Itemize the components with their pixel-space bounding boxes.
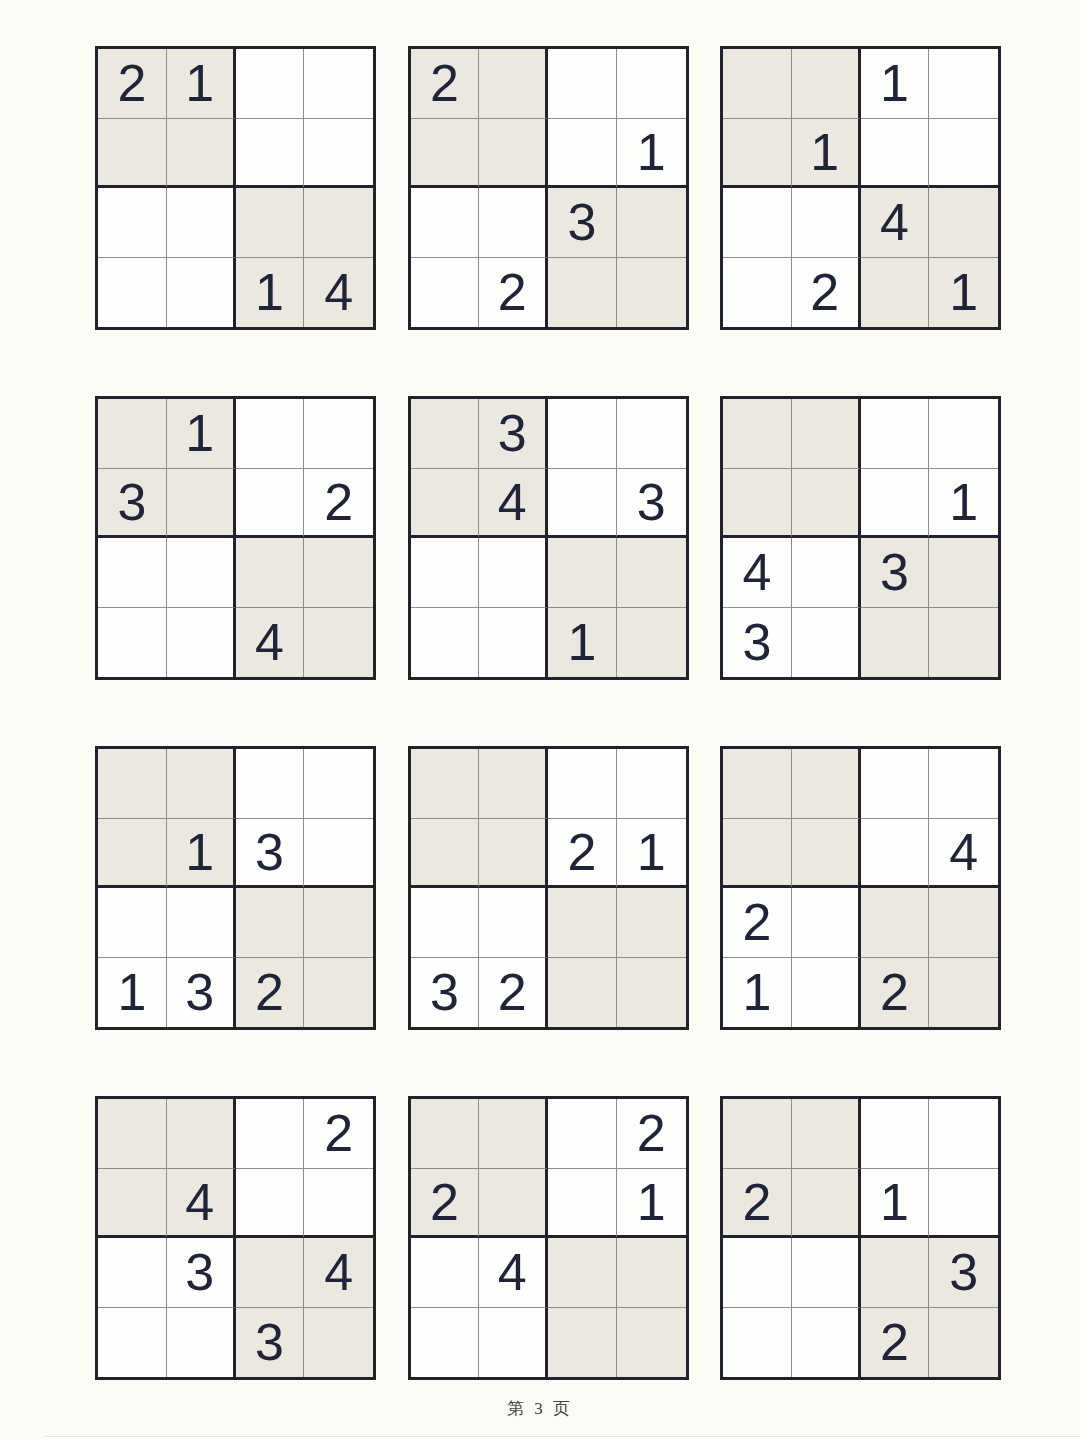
board-5-cell-r3c2-empty[interactable]: [479, 538, 548, 608]
board-9-cell-r2c1-empty[interactable]: [723, 819, 792, 889]
board-7-cell-r1c2-empty[interactable]: [167, 749, 236, 819]
board-5-cell-r2c2-given[interactable]: 4: [479, 469, 548, 539]
board-3-cell-r4c3-empty[interactable]: [861, 258, 930, 328]
board-7-cell-r2c2-given[interactable]: 1: [167, 819, 236, 889]
board-5-cell-r2c4-given[interactable]: 3: [617, 469, 686, 539]
board-11-cell-r3c1-empty[interactable]: [411, 1238, 480, 1308]
sudoku-board-5: 3431: [408, 396, 689, 680]
board-5-cell-r1c3-empty[interactable]: [548, 399, 617, 469]
board-5-cell-r1c4-empty[interactable]: [617, 399, 686, 469]
board-1-cell-r3c1-empty[interactable]: [98, 188, 167, 258]
board-12-cell-r3c4-given[interactable]: 3: [929, 1238, 998, 1308]
sudoku-board-7: 13132: [95, 746, 376, 1030]
board-8-cell-r2c2-empty[interactable]: [479, 819, 548, 889]
board-9-cell-r3c2-empty[interactable]: [792, 888, 861, 958]
board-11-cell-r4c4-empty[interactable]: [617, 1308, 686, 1378]
board-11-cell-r3c4-empty[interactable]: [617, 1238, 686, 1308]
board-2-cell-r4c3-empty[interactable]: [548, 258, 617, 328]
footer-rule: [45, 1436, 1080, 1437]
board-2-cell-r3c4-empty[interactable]: [617, 188, 686, 258]
board-6-cell-r2c2-empty[interactable]: [792, 469, 861, 539]
board-11-cell-r2c2-empty[interactable]: [479, 1169, 548, 1239]
board-12-cell-r1c2-empty[interactable]: [792, 1099, 861, 1169]
board-1-cell-r4c1-empty[interactable]: [98, 258, 167, 328]
board-6-cell-r4c1-given[interactable]: 3: [723, 608, 792, 678]
board-10-cell-r2c1-empty[interactable]: [98, 1169, 167, 1239]
board-9-cell-r3c4-empty[interactable]: [929, 888, 998, 958]
board-7-cell-r3c4-empty[interactable]: [304, 888, 373, 958]
board-6-cell-r1c2-empty[interactable]: [792, 399, 861, 469]
board-3-cell-r4c2-given[interactable]: 2: [792, 258, 861, 328]
board-4-cell-r4c3-given[interactable]: 4: [236, 608, 305, 678]
board-6-cell-r3c2-empty[interactable]: [792, 538, 861, 608]
page-number-label: 第 3 页: [507, 1399, 573, 1418]
board-3-cell-r2c4-empty[interactable]: [929, 119, 998, 189]
board-2-cell-r4c2-given[interactable]: 2: [479, 258, 548, 328]
board-7-cell-r3c2-empty[interactable]: [167, 888, 236, 958]
board-3-cell-r2c2-given[interactable]: 1: [792, 119, 861, 189]
board-9-cell-r1c2-empty[interactable]: [792, 749, 861, 819]
board-11-cell-r1c1-empty[interactable]: [411, 1099, 480, 1169]
board-10-cell-r3c3-empty[interactable]: [236, 1238, 305, 1308]
board-10-cell-r2c2-given[interactable]: 4: [167, 1169, 236, 1239]
sudoku-board-11: 2214: [408, 1096, 689, 1380]
board-5-cell-r4c2-empty[interactable]: [479, 608, 548, 678]
board-12-cell-r1c3-empty[interactable]: [861, 1099, 930, 1169]
board-6-cell-r1c4-empty[interactable]: [929, 399, 998, 469]
worksheet-page: 2114213211421132434311433131322132421224…: [0, 0, 1080, 1439]
board-1-cell-r1c2-given[interactable]: 1: [167, 49, 236, 119]
board-3-cell-r4c1-empty[interactable]: [723, 258, 792, 328]
board-4-cell-r1c2-given[interactable]: 1: [167, 399, 236, 469]
board-7-cell-r4c3-given[interactable]: 2: [236, 958, 305, 1028]
board-2-cell-r3c1-empty[interactable]: [411, 188, 480, 258]
board-1-cell-r2c1-empty[interactable]: [98, 119, 167, 189]
board-3-cell-r2c3-empty[interactable]: [861, 119, 930, 189]
board-8-cell-r4c3-empty[interactable]: [548, 958, 617, 1028]
board-2-cell-r2c2-empty[interactable]: [479, 119, 548, 189]
board-7-cell-r2c4-empty[interactable]: [304, 819, 373, 889]
board-1-cell-r3c2-empty[interactable]: [167, 188, 236, 258]
board-6-cell-r3c4-empty[interactable]: [929, 538, 998, 608]
boards: 2114213211421132434311433131322132421224…: [0, 0, 1080, 1380]
board-12-cell-r1c4-empty[interactable]: [929, 1099, 998, 1169]
board-1-cell-r1c1-given[interactable]: 2: [98, 49, 167, 119]
board-7-cell-r4c4-empty[interactable]: [304, 958, 373, 1028]
board-10-cell-r1c2-empty[interactable]: [167, 1099, 236, 1169]
board-7-cell-r2c1-empty[interactable]: [98, 819, 167, 889]
board-10-cell-r2c3-empty[interactable]: [236, 1169, 305, 1239]
board-9-cell-r3c1-given[interactable]: 2: [723, 888, 792, 958]
board-4-cell-r1c1-empty[interactable]: [98, 399, 167, 469]
board-5-cell-r3c4-empty[interactable]: [617, 538, 686, 608]
board-6-cell-r4c2-empty[interactable]: [792, 608, 861, 678]
board-11-cell-r1c4-given[interactable]: 2: [617, 1099, 686, 1169]
board-8-cell-r3c4-empty[interactable]: [617, 888, 686, 958]
board-8-cell-r4c1-given[interactable]: 3: [411, 958, 480, 1028]
board-11-cell-r3c2-given[interactable]: 4: [479, 1238, 548, 1308]
board-10-cell-r3c4-given[interactable]: 4: [304, 1238, 373, 1308]
board-11-cell-r4c3-empty[interactable]: [548, 1308, 617, 1378]
board-2-cell-r4c1-empty[interactable]: [411, 258, 480, 328]
board-1-cell-r2c2-empty[interactable]: [167, 119, 236, 189]
board-4-cell-r2c4-given[interactable]: 2: [304, 469, 373, 539]
board-12-cell-r4c3-given[interactable]: 2: [861, 1308, 930, 1378]
board-8-cell-r2c4-given[interactable]: 1: [617, 819, 686, 889]
board-9-cell-r2c4-given[interactable]: 4: [929, 819, 998, 889]
board-3-cell-r3c3-given[interactable]: 4: [861, 188, 930, 258]
board-1-cell-r2c4-empty[interactable]: [304, 119, 373, 189]
board-3-cell-r3c1-empty[interactable]: [723, 188, 792, 258]
board-4-cell-r3c2-empty[interactable]: [167, 538, 236, 608]
board-6-cell-r1c1-empty[interactable]: [723, 399, 792, 469]
page-footer: 第 3 页: [0, 1397, 1080, 1420]
sudoku-board-1: 2114: [95, 46, 376, 330]
board-5-cell-r2c3-empty[interactable]: [548, 469, 617, 539]
board-9-cell-r4c1-given[interactable]: 1: [723, 958, 792, 1028]
sudoku-board-4: 1324: [95, 396, 376, 680]
board-7-cell-r4c2-given[interactable]: 3: [167, 958, 236, 1028]
board-11-cell-r4c2-empty[interactable]: [479, 1308, 548, 1378]
board-12-cell-r3c1-empty[interactable]: [723, 1238, 792, 1308]
board-12-cell-r4c4-empty[interactable]: [929, 1308, 998, 1378]
board-4-cell-r4c2-empty[interactable]: [167, 608, 236, 678]
board-4-cell-r4c1-empty[interactable]: [98, 608, 167, 678]
board-10-cell-r4c3-given[interactable]: 3: [236, 1308, 305, 1378]
board-11-cell-r1c3-empty[interactable]: [548, 1099, 617, 1169]
board-5-cell-r4c3-given[interactable]: 1: [548, 608, 617, 678]
board-10-cell-r1c1-empty[interactable]: [98, 1099, 167, 1169]
board-2-cell-r4c4-empty[interactable]: [617, 258, 686, 328]
board-11-cell-r3c3-empty[interactable]: [548, 1238, 617, 1308]
board-1-cell-r4c3-given[interactable]: 1: [236, 258, 305, 328]
sudoku-board-12: 2132: [720, 1096, 1001, 1380]
board-9-cell-r3c3-empty[interactable]: [861, 888, 930, 958]
board-4-cell-r2c3-empty[interactable]: [236, 469, 305, 539]
board-11-cell-r4c1-empty[interactable]: [411, 1308, 480, 1378]
board-3-cell-r1c3-given[interactable]: 1: [861, 49, 930, 119]
board-6-cell-r2c3-empty[interactable]: [861, 469, 930, 539]
board-9-cell-r4c4-empty[interactable]: [929, 958, 998, 1028]
board-4-cell-r2c2-empty[interactable]: [167, 469, 236, 539]
board-3-cell-r4c4-given[interactable]: 1: [929, 258, 998, 328]
board-2-cell-r1c1-given[interactable]: 2: [411, 49, 480, 119]
board-1-cell-r4c4-given[interactable]: 4: [304, 258, 373, 328]
board-11-cell-r1c2-empty[interactable]: [479, 1099, 548, 1169]
board-5-cell-r3c3-empty[interactable]: [548, 538, 617, 608]
board-6-cell-r3c3-given[interactable]: 3: [861, 538, 930, 608]
board-5-cell-r1c2-given[interactable]: 3: [479, 399, 548, 469]
board-8-cell-r3c2-empty[interactable]: [479, 888, 548, 958]
board-12-cell-r3c3-empty[interactable]: [861, 1238, 930, 1308]
board-2-cell-r2c3-empty[interactable]: [548, 119, 617, 189]
board-8-cell-r3c1-empty[interactable]: [411, 888, 480, 958]
board-1-cell-r4c2-empty[interactable]: [167, 258, 236, 328]
sudoku-board-10: 24343: [95, 1096, 376, 1380]
board-8-cell-r4c2-given[interactable]: 2: [479, 958, 548, 1028]
board-10-cell-r1c4-given[interactable]: 2: [304, 1099, 373, 1169]
board-10-cell-r3c2-given[interactable]: 3: [167, 1238, 236, 1308]
board-7-cell-r3c3-empty[interactable]: [236, 888, 305, 958]
board-2-cell-r2c4-given[interactable]: 1: [617, 119, 686, 189]
board-12-cell-r4c2-empty[interactable]: [792, 1308, 861, 1378]
board-7-cell-r1c1-empty[interactable]: [98, 749, 167, 819]
board-8-cell-r4c4-empty[interactable]: [617, 958, 686, 1028]
board-4-cell-r3c4-empty[interactable]: [304, 538, 373, 608]
board-7-cell-r3c1-empty[interactable]: [98, 888, 167, 958]
board-6-cell-r2c1-empty[interactable]: [723, 469, 792, 539]
board-4-cell-r1c4-empty[interactable]: [304, 399, 373, 469]
board-6-cell-r4c4-empty[interactable]: [929, 608, 998, 678]
board-8-cell-r3c3-empty[interactable]: [548, 888, 617, 958]
board-3-cell-r3c2-empty[interactable]: [792, 188, 861, 258]
board-7-cell-r2c3-given[interactable]: 3: [236, 819, 305, 889]
sudoku-board-9: 4212: [720, 746, 1001, 1030]
board-8-cell-r2c3-given[interactable]: 2: [548, 819, 617, 889]
board-3-cell-r1c1-empty[interactable]: [723, 49, 792, 119]
board-11-cell-r2c1-given[interactable]: 2: [411, 1169, 480, 1239]
sudoku-board-3: 11421: [720, 46, 1001, 330]
board-5-cell-r2c1-empty[interactable]: [411, 469, 480, 539]
board-9-cell-r1c3-empty[interactable]: [861, 749, 930, 819]
board-4-cell-r1c3-empty[interactable]: [236, 399, 305, 469]
board-10-cell-r1c3-empty[interactable]: [236, 1099, 305, 1169]
board-7-cell-r1c4-empty[interactable]: [304, 749, 373, 819]
board-2-cell-r3c2-empty[interactable]: [479, 188, 548, 258]
board-1-cell-r2c3-empty[interactable]: [236, 119, 305, 189]
board-2-cell-r2c1-empty[interactable]: [411, 119, 480, 189]
board-9-cell-r1c1-empty[interactable]: [723, 749, 792, 819]
board-9-cell-r4c3-given[interactable]: 2: [861, 958, 930, 1028]
board-12-cell-r2c4-empty[interactable]: [929, 1169, 998, 1239]
board-7-cell-r1c3-empty[interactable]: [236, 749, 305, 819]
board-6-cell-r2c4-given[interactable]: 1: [929, 469, 998, 539]
board-10-cell-r2c4-empty[interactable]: [304, 1169, 373, 1239]
board-3-cell-r1c2-empty[interactable]: [792, 49, 861, 119]
board-2-cell-r1c2-empty[interactable]: [479, 49, 548, 119]
board-10-cell-r3c1-empty[interactable]: [98, 1238, 167, 1308]
board-1-cell-r1c3-empty[interactable]: [236, 49, 305, 119]
board-10-cell-r4c1-empty[interactable]: [98, 1308, 167, 1378]
board-12-cell-r2c3-given[interactable]: 1: [861, 1169, 930, 1239]
board-5-cell-r4c4-empty[interactable]: [617, 608, 686, 678]
board-6-cell-r1c3-empty[interactable]: [861, 399, 930, 469]
board-11-cell-r2c3-empty[interactable]: [548, 1169, 617, 1239]
board-9-cell-r1c4-empty[interactable]: [929, 749, 998, 819]
sudoku-board-8: 2132: [408, 746, 689, 1030]
board-9-cell-r2c2-empty[interactable]: [792, 819, 861, 889]
board-8-cell-r2c1-empty[interactable]: [411, 819, 480, 889]
board-1-cell-r3c3-empty[interactable]: [236, 188, 305, 258]
board-11-cell-r2c4-given[interactable]: 1: [617, 1169, 686, 1239]
sudoku-board-2: 2132: [408, 46, 689, 330]
board-5-cell-r3c1-empty[interactable]: [411, 538, 480, 608]
board-10-cell-r4c2-empty[interactable]: [167, 1308, 236, 1378]
board-8-cell-r1c3-empty[interactable]: [548, 749, 617, 819]
board-3-cell-r3c4-empty[interactable]: [929, 188, 998, 258]
board-4-cell-r4c4-empty[interactable]: [304, 608, 373, 678]
board-12-cell-r2c1-given[interactable]: 2: [723, 1169, 792, 1239]
sudoku-board-6: 1433: [720, 396, 1001, 680]
board-12-cell-r4c1-empty[interactable]: [723, 1308, 792, 1378]
board-8-cell-r1c4-empty[interactable]: [617, 749, 686, 819]
board-3-cell-r1c4-empty[interactable]: [929, 49, 998, 119]
board-4-cell-r3c1-empty[interactable]: [98, 538, 167, 608]
board-7-cell-r4c1-given[interactable]: 1: [98, 958, 167, 1028]
board-2-cell-r1c3-empty[interactable]: [548, 49, 617, 119]
board-5-cell-r4c1-empty[interactable]: [411, 608, 480, 678]
board-2-cell-r3c3-given[interactable]: 3: [548, 188, 617, 258]
board-12-cell-r2c2-empty[interactable]: [792, 1169, 861, 1239]
board-1-cell-r3c4-empty[interactable]: [304, 188, 373, 258]
board-10-cell-r4c4-empty[interactable]: [304, 1308, 373, 1378]
board-8-cell-r1c2-empty[interactable]: [479, 749, 548, 819]
board-12-cell-r3c2-empty[interactable]: [792, 1238, 861, 1308]
board-8-cell-r1c1-empty[interactable]: [411, 749, 480, 819]
board-12-cell-r1c1-empty[interactable]: [723, 1099, 792, 1169]
board-5-cell-r1c1-empty[interactable]: [411, 399, 480, 469]
board-6-cell-r3c1-given[interactable]: 4: [723, 538, 792, 608]
board-6-cell-r4c3-empty[interactable]: [861, 608, 930, 678]
board-2-cell-r1c4-empty[interactable]: [617, 49, 686, 119]
board-3-cell-r2c1-empty[interactable]: [723, 119, 792, 189]
board-9-cell-r2c3-empty[interactable]: [861, 819, 930, 889]
board-4-cell-r2c1-given[interactable]: 3: [98, 469, 167, 539]
board-4-cell-r3c3-empty[interactable]: [236, 538, 305, 608]
board-1-cell-r1c4-empty[interactable]: [304, 49, 373, 119]
board-9-cell-r4c2-empty[interactable]: [792, 958, 861, 1028]
